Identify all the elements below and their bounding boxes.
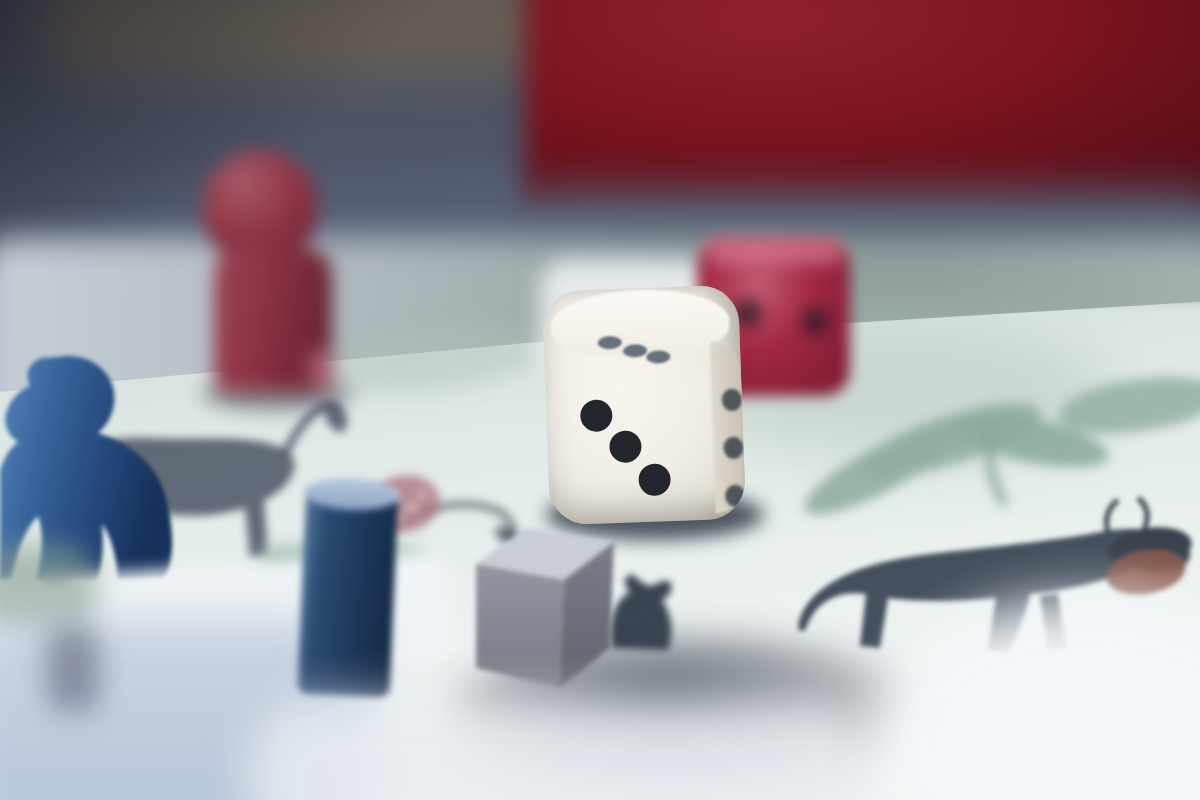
photo-scene	[0, 0, 1200, 800]
cube-front-face	[476, 564, 564, 688]
white-die-front-pip	[580, 399, 613, 432]
fir-branches	[795, 368, 1200, 529]
white-die-top-pip	[646, 350, 670, 364]
red-die-top-highlight	[704, 238, 844, 264]
white-die-right-pip	[725, 485, 746, 508]
focused-white-die	[542, 285, 746, 526]
gray-cube	[462, 522, 622, 698]
red-pawn	[194, 144, 346, 396]
red-die-pip	[802, 308, 829, 335]
pawn-highlight	[308, 348, 334, 388]
cylinder-body	[297, 488, 398, 698]
white-die-front-pip	[638, 463, 671, 496]
bottom-center-haze	[250, 700, 870, 800]
meeple-shadow	[46, 626, 100, 712]
white-die-front-pip	[609, 430, 642, 463]
white-die-body	[542, 285, 746, 526]
blue-cylinder	[297, 480, 398, 698]
